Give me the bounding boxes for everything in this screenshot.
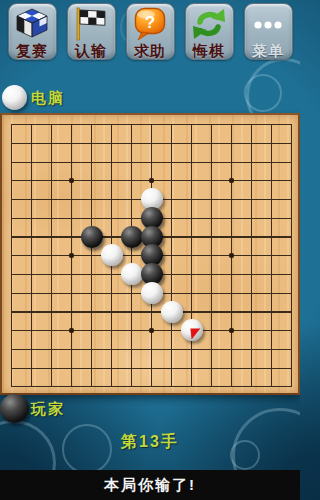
resign-button-label: 认输 bbox=[75, 42, 107, 59]
undo-arrows-icon bbox=[191, 6, 227, 42]
move-counter: 第13手 bbox=[0, 432, 300, 453]
star-point bbox=[229, 253, 234, 258]
white-stone bbox=[101, 244, 123, 266]
star-point bbox=[69, 328, 74, 333]
star-point bbox=[69, 253, 74, 258]
undo-button-label: 悔棋 bbox=[193, 42, 225, 59]
question-bubble-icon: ? bbox=[132, 6, 168, 42]
black-stone bbox=[121, 226, 143, 248]
checkered-flag-icon bbox=[73, 6, 109, 42]
white-stone bbox=[141, 282, 163, 304]
svg-text:?: ? bbox=[145, 13, 155, 32]
star-point bbox=[69, 178, 74, 183]
star-point bbox=[149, 178, 154, 183]
replay-button-label: 复赛 bbox=[16, 42, 48, 59]
replay-button[interactable]: 复赛 bbox=[8, 3, 57, 60]
human-player-row: 玩家 bbox=[0, 396, 300, 426]
black-stone bbox=[81, 226, 103, 248]
resign-button[interactable]: 认输 bbox=[67, 3, 116, 60]
toolbar: 复赛 认输 ? bbox=[0, 3, 300, 61]
computer-label: 电脑 bbox=[31, 89, 65, 108]
menu-button[interactable]: 菜单 bbox=[244, 3, 293, 60]
white-stone bbox=[181, 319, 203, 341]
white-stone bbox=[161, 301, 183, 323]
help-button-label: 求助 bbox=[134, 42, 166, 59]
undo-button[interactable]: 悔棋 bbox=[185, 3, 234, 60]
gomoku-board[interactable] bbox=[0, 113, 300, 395]
player-stone-black bbox=[0, 394, 29, 423]
computer-player-row: 电脑 bbox=[0, 85, 300, 115]
star-point bbox=[229, 178, 234, 183]
star-point bbox=[229, 328, 234, 333]
checkered-cube-icon bbox=[14, 6, 50, 42]
ellipsis-dots-icon bbox=[250, 6, 286, 42]
menu-button-label: 菜单 bbox=[252, 42, 284, 59]
computer-stone-white bbox=[2, 85, 27, 110]
white-stone bbox=[121, 263, 143, 285]
result-message: 本局你输了! bbox=[104, 476, 196, 495]
last-move-marker bbox=[190, 328, 200, 339]
result-bar: 本局你输了! bbox=[0, 470, 300, 500]
player-label: 玩家 bbox=[31, 400, 65, 419]
help-button[interactable]: ? 求助 bbox=[126, 3, 175, 60]
star-point bbox=[149, 328, 154, 333]
gomoku-app: { "game": "gomoku (five-in-a-row) on a 1… bbox=[0, 0, 300, 500]
